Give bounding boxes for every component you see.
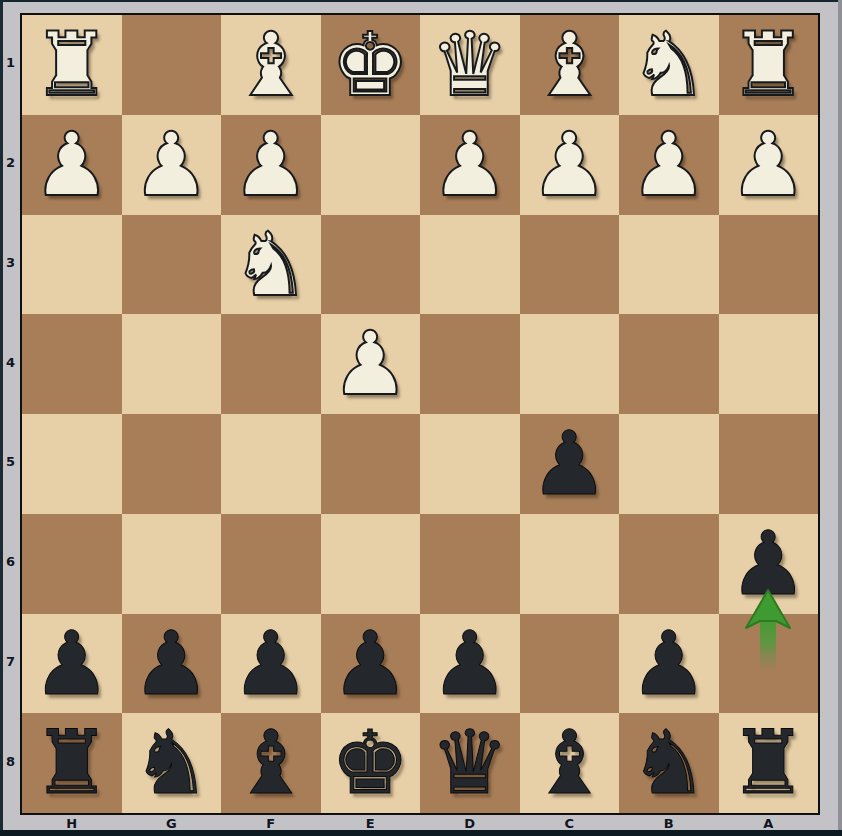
square-b2[interactable]: ♟ — [619, 115, 719, 215]
file-label-a: A — [719, 816, 819, 831]
white-rook-piece[interactable]: ♜ — [719, 15, 819, 115]
black-pawn-piece[interactable]: ♟ — [22, 614, 122, 714]
square-d7[interactable]: ♟ — [420, 614, 520, 714]
white-knight-piece[interactable]: ♞ — [221, 215, 321, 315]
square-b5[interactable] — [619, 414, 719, 514]
white-pawn-piece[interactable]: ♟ — [221, 115, 321, 215]
rank-labels: 12345678 — [2, 13, 19, 811]
black-queen-piece[interactable]: ♛ — [420, 713, 520, 813]
square-a3[interactable] — [719, 215, 819, 315]
square-g5[interactable] — [122, 414, 222, 514]
white-pawn-piece[interactable]: ♟ — [619, 115, 719, 215]
file-label-h: H — [22, 816, 122, 831]
black-knight-piece[interactable]: ♞ — [619, 713, 719, 813]
square-e2[interactable] — [321, 115, 421, 215]
square-g1[interactable] — [122, 15, 222, 115]
square-f1[interactable]: ♝ — [221, 15, 321, 115]
rank-label-8: 8 — [2, 711, 19, 811]
black-pawn-piece[interactable]: ♟ — [719, 514, 819, 614]
white-queen-piece[interactable]: ♛ — [420, 15, 520, 115]
file-label-b: B — [619, 816, 719, 831]
square-h8[interactable]: ♜ — [22, 713, 122, 813]
white-pawn-piece[interactable]: ♟ — [122, 115, 222, 215]
black-pawn-piece[interactable]: ♟ — [221, 614, 321, 714]
white-king-piece[interactable]: ♚ — [321, 15, 421, 115]
square-d3[interactable] — [420, 215, 520, 315]
rank-label-4: 4 — [2, 312, 19, 412]
square-b4[interactable] — [619, 314, 719, 414]
white-knight-piece[interactable]: ♞ — [619, 15, 719, 115]
square-b3[interactable] — [619, 215, 719, 315]
square-e5[interactable] — [321, 414, 421, 514]
square-a5[interactable] — [719, 414, 819, 514]
square-h1[interactable]: ♜ — [22, 15, 122, 115]
window-edge-top — [0, 0, 842, 2]
square-e4[interactable]: ♟ — [321, 314, 421, 414]
white-bishop-piece[interactable]: ♝ — [221, 15, 321, 115]
square-c1[interactable]: ♝ — [520, 15, 620, 115]
square-d1[interactable]: ♛ — [420, 15, 520, 115]
square-f8[interactable]: ♝ — [221, 713, 321, 813]
file-label-e: E — [321, 816, 421, 831]
square-a7[interactable] — [719, 614, 819, 714]
square-a4[interactable] — [719, 314, 819, 414]
square-d8[interactable]: ♛ — [420, 713, 520, 813]
rank-label-7: 7 — [2, 612, 19, 712]
rank-label-5: 5 — [2, 412, 19, 512]
square-c2[interactable]: ♟ — [520, 115, 620, 215]
square-e7[interactable]: ♟ — [321, 614, 421, 714]
file-label-f: F — [221, 816, 321, 831]
file-label-g: G — [122, 816, 222, 831]
square-g3[interactable] — [122, 215, 222, 315]
square-g2[interactable]: ♟ — [122, 115, 222, 215]
square-a2[interactable]: ♟ — [719, 115, 819, 215]
square-e1[interactable]: ♚ — [321, 15, 421, 115]
rank-label-3: 3 — [2, 213, 19, 313]
black-pawn-piece[interactable]: ♟ — [619, 614, 719, 714]
square-c6[interactable] — [520, 514, 620, 614]
black-king-piece[interactable]: ♚ — [321, 713, 421, 813]
square-b6[interactable] — [619, 514, 719, 614]
square-b1[interactable]: ♞ — [619, 15, 719, 115]
white-pawn-piece[interactable]: ♟ — [420, 115, 520, 215]
square-c3[interactable] — [520, 215, 620, 315]
square-g4[interactable] — [122, 314, 222, 414]
black-pawn-piece[interactable]: ♟ — [420, 614, 520, 714]
square-c4[interactable] — [520, 314, 620, 414]
white-pawn-piece[interactable]: ♟ — [22, 115, 122, 215]
black-knight-piece[interactable]: ♞ — [122, 713, 222, 813]
square-b7[interactable]: ♟ — [619, 614, 719, 714]
white-pawn-piece[interactable]: ♟ — [719, 115, 819, 215]
board-frame: ♜♝♚♛♝♞♜♟♟♟♟♟♟♟♞♟♟♟♟♟♟♟♟♟♜♞♝♚♛♝♞♜ — [20, 13, 820, 815]
chess-board-window: 12345678 ♜♝♚♛♝♞♜♟♟♟♟♟♟♟♞♟♟♟♟♟♟♟♟♟♜♞♝♚♛♝♞… — [0, 0, 842, 836]
square-b8[interactable]: ♞ — [619, 713, 719, 813]
square-f5[interactable] — [221, 414, 321, 514]
black-rook-piece[interactable]: ♜ — [22, 713, 122, 813]
square-d6[interactable] — [420, 514, 520, 614]
square-e6[interactable] — [321, 514, 421, 614]
window-edge-right — [838, 0, 842, 836]
square-a8[interactable]: ♜ — [719, 713, 819, 813]
square-f4[interactable] — [221, 314, 321, 414]
square-h4[interactable] — [22, 314, 122, 414]
square-c8[interactable]: ♝ — [520, 713, 620, 813]
chess-board: ♜♝♚♛♝♞♜♟♟♟♟♟♟♟♞♟♟♟♟♟♟♟♟♟♜♞♝♚♛♝♞♜ — [22, 15, 818, 813]
file-label-c: C — [520, 816, 620, 831]
black-bishop-piece[interactable]: ♝ — [520, 713, 620, 813]
square-f2[interactable]: ♟ — [221, 115, 321, 215]
white-pawn-piece[interactable]: ♟ — [321, 314, 421, 414]
square-d2[interactable]: ♟ — [420, 115, 520, 215]
white-rook-piece[interactable]: ♜ — [22, 15, 122, 115]
white-pawn-piece[interactable]: ♟ — [520, 115, 620, 215]
square-h3[interactable] — [22, 215, 122, 315]
black-rook-piece[interactable]: ♜ — [719, 713, 819, 813]
square-d5[interactable] — [420, 414, 520, 514]
square-g8[interactable]: ♞ — [122, 713, 222, 813]
square-e3[interactable] — [321, 215, 421, 315]
square-a1[interactable]: ♜ — [719, 15, 819, 115]
square-e8[interactable]: ♚ — [321, 713, 421, 813]
square-d4[interactable] — [420, 314, 520, 414]
square-g7[interactable]: ♟ — [122, 614, 222, 714]
square-c7[interactable] — [520, 614, 620, 714]
square-h5[interactable] — [22, 414, 122, 514]
file-label-d: D — [420, 816, 520, 831]
square-f6[interactable] — [221, 514, 321, 614]
square-h7[interactable]: ♟ — [22, 614, 122, 714]
black-bishop-piece[interactable]: ♝ — [221, 713, 321, 813]
white-bishop-piece[interactable]: ♝ — [520, 15, 620, 115]
black-pawn-piece[interactable]: ♟ — [520, 414, 620, 514]
black-pawn-piece[interactable]: ♟ — [122, 614, 222, 714]
rank-label-2: 2 — [2, 113, 19, 213]
black-pawn-piece[interactable]: ♟ — [321, 614, 421, 714]
rank-label-6: 6 — [2, 512, 19, 612]
file-labels: HGFEDCBA — [22, 816, 818, 831]
square-f7[interactable]: ♟ — [221, 614, 321, 714]
square-a6[interactable]: ♟ — [719, 514, 819, 614]
square-c5[interactable]: ♟ — [520, 414, 620, 514]
square-h2[interactable]: ♟ — [22, 115, 122, 215]
square-h6[interactable] — [22, 514, 122, 614]
square-g6[interactable] — [122, 514, 222, 614]
square-f3[interactable]: ♞ — [221, 215, 321, 315]
rank-label-1: 1 — [2, 13, 19, 113]
